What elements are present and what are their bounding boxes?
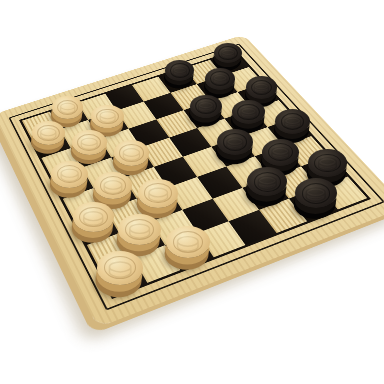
checkers-board (19, 50, 371, 299)
product-photo-stage: ⛂⛂⛂⛂⛂⛂⛂⛂⛂⛂⛂⛂⛀⛀⛀⛀⛀⛀⛀⛀⛀⛀⛀⛀ (0, 0, 384, 384)
